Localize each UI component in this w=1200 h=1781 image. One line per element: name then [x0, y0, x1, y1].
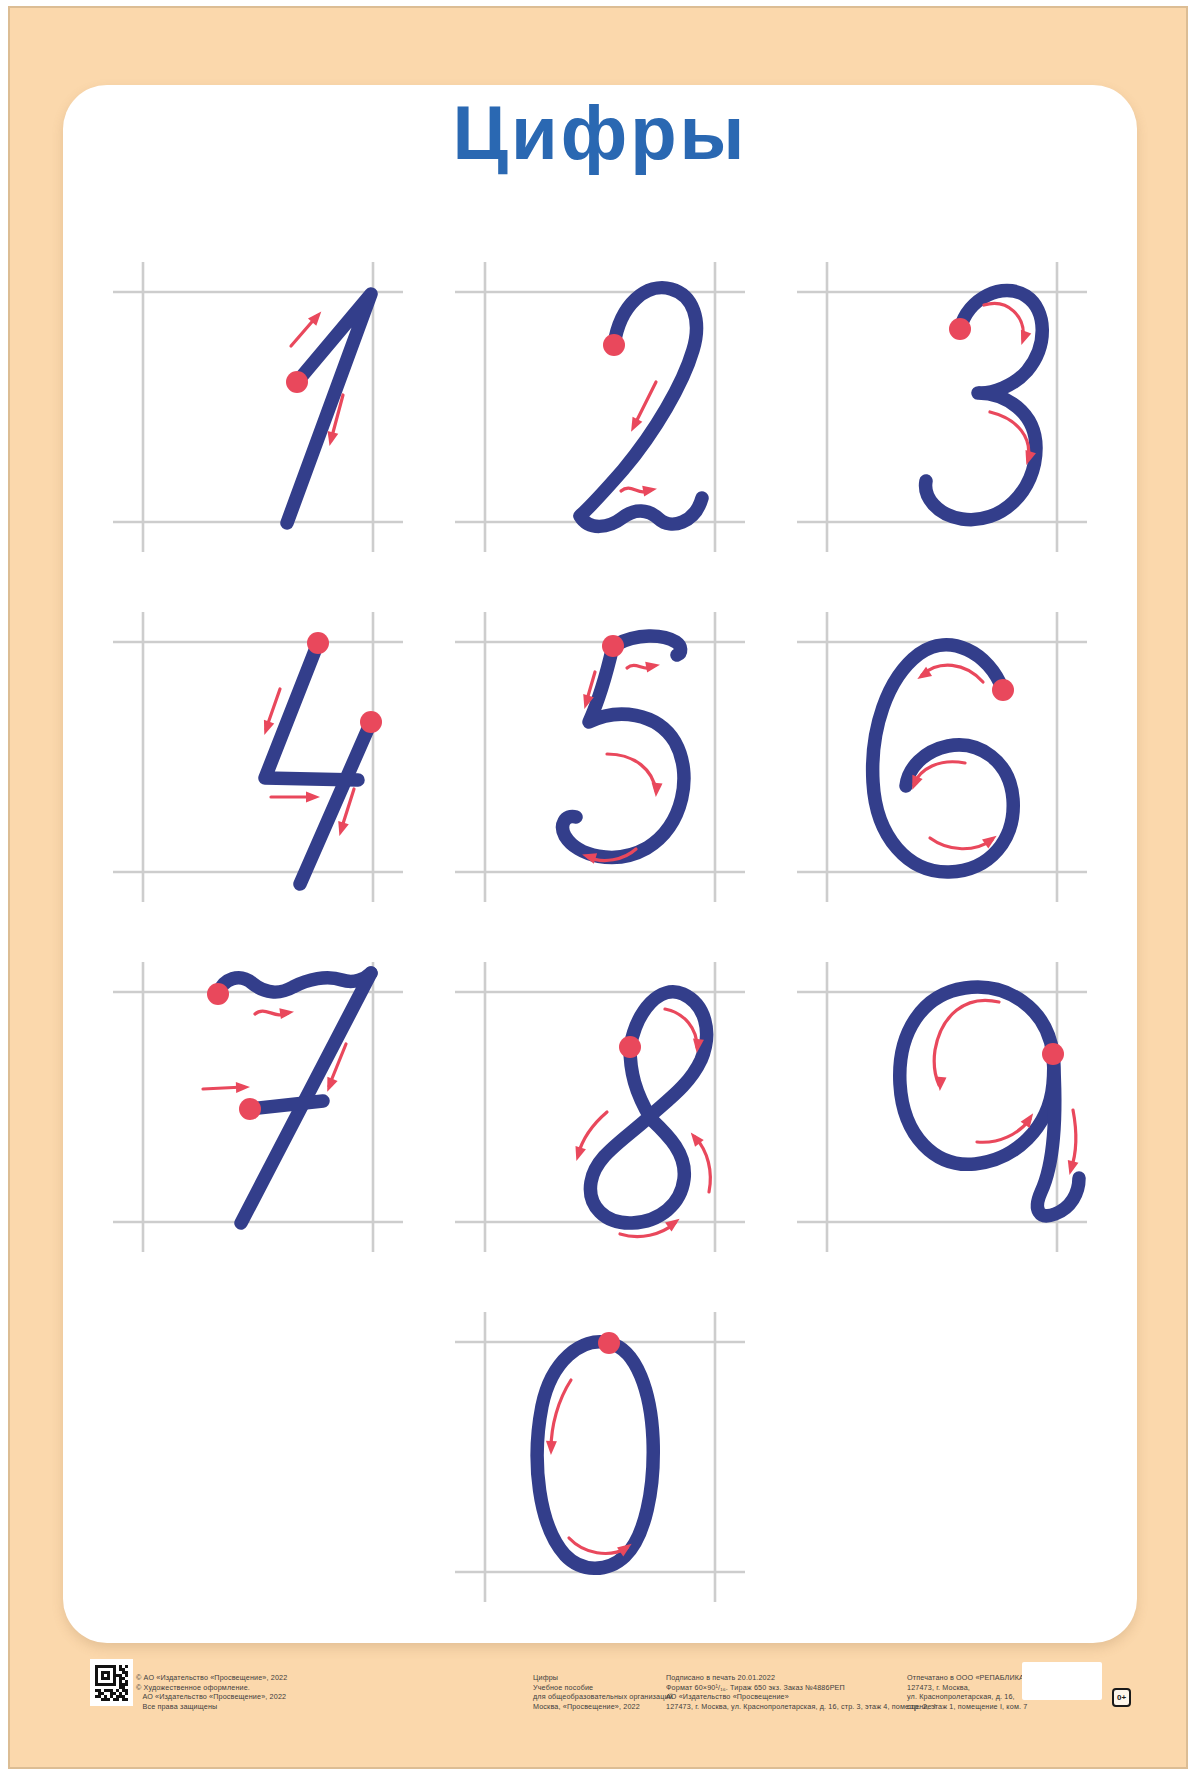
- digit-cell-6: [827, 642, 1057, 872]
- stroke-start-dot: [207, 983, 229, 1005]
- arrow-head-icon: [626, 417, 642, 434]
- digit-stroke: [250, 1101, 323, 1109]
- footer-line: Отпечатано в ООО «РЕПАБЛИКА»: [907, 1673, 1028, 1683]
- poster-background: Цифры © АО «Издательство «Просвещение», …: [8, 6, 1188, 1769]
- arrow-head-icon: [642, 483, 658, 496]
- stroke-start-dot: [602, 635, 624, 657]
- digit-cell-1: [143, 292, 373, 522]
- stroke-start-dot: [239, 1098, 261, 1120]
- digit-cell-5: [485, 642, 715, 872]
- digit-4-drawing: [143, 642, 373, 872]
- footer-line: 127473, г. Москва, ул. Краснопролетарска…: [666, 1702, 936, 1712]
- arrow-head-icon: [306, 792, 320, 803]
- digit-stroke: [265, 643, 358, 780]
- stroke-start-dot: [949, 318, 971, 340]
- footer-line: Учебное пособие: [533, 1683, 673, 1693]
- arrow-head-icon: [1016, 330, 1031, 347]
- digit-stroke: [900, 987, 1054, 1164]
- arrow-head-icon: [236, 1081, 250, 1092]
- stroke-direction-arrow: [922, 665, 983, 682]
- stroke-start-dot: [598, 1332, 620, 1354]
- digit-cell-9: [827, 992, 1057, 1222]
- poster-card: Цифры: [63, 85, 1137, 1643]
- digit-6-drawing: [827, 642, 1057, 872]
- footer-column-4: Отпечатано в ООО «РЕПАБЛИКА»127473, г. М…: [907, 1673, 1028, 1711]
- digit-stroke: [537, 1342, 653, 1568]
- poster-title: Цифры: [63, 93, 1137, 173]
- arrow-head-icon: [645, 659, 661, 672]
- footer-column-3: Подписано в печать 20.01.2022Формат 60×9…: [666, 1673, 936, 1711]
- digit-2-drawing: [485, 292, 715, 522]
- digit-stroke: [287, 294, 371, 523]
- footer-line: Формат 60×90¹/₁₆. Тираж 650 экз. Заказ №…: [666, 1683, 936, 1693]
- digit-cell-8: [485, 992, 715, 1222]
- footer-line: 127473, г. Москва,: [907, 1683, 1028, 1693]
- stroke-direction-arrow: [934, 1000, 999, 1085]
- digit-1-drawing: [143, 292, 373, 522]
- digit-grid: [143, 292, 1057, 1572]
- footer-line: © АО «Издательство «Просвещение», 2022: [136, 1673, 287, 1683]
- digit-cell-2: [485, 292, 715, 522]
- digit-cell-0: [485, 1342, 715, 1572]
- footer-line: Цифры: [533, 1673, 673, 1683]
- footer-line: Все права защищены: [136, 1702, 287, 1712]
- footer-line: АО «Издательство «Просвещение», 2022: [136, 1692, 287, 1702]
- arrow-head-icon: [259, 720, 274, 737]
- stroke-direction-arrow: [607, 754, 656, 791]
- stroke-direction-arrow: [665, 1009, 697, 1047]
- footer-line: Подписано в печать 20.01.2022: [666, 1673, 936, 1683]
- stroke-start-dot: [603, 334, 625, 356]
- arrow-head-icon: [545, 1441, 556, 1455]
- footer-line: ул. Краснопролетарская, д. 16,: [907, 1692, 1028, 1702]
- footer-line: для общеобразовательных организаций: [533, 1692, 673, 1702]
- digit-cell-7: [143, 992, 373, 1222]
- footer-column-2: ЦифрыУчебное пособиедля общеобразователь…: [533, 1673, 673, 1711]
- digit-cell-3: [827, 292, 1057, 522]
- digit-stroke: [590, 992, 706, 1223]
- digit-7-drawing: [143, 992, 373, 1222]
- digit-cell-4: [143, 642, 373, 872]
- footer-line: © Художественное оформление.: [136, 1683, 287, 1693]
- stroke-direction-arrow: [984, 304, 1023, 339]
- arrow-head-icon: [650, 783, 662, 798]
- digit-0-drawing: [485, 1342, 715, 1572]
- footer-line: стр. 2, этаж 1, помещение I, ком. 7: [907, 1702, 1028, 1712]
- age-rating-mark: 0+: [1112, 1688, 1131, 1707]
- stroke-start-dot: [307, 632, 329, 654]
- blank-label-box: [1022, 1662, 1102, 1700]
- qr-code: [90, 1659, 133, 1706]
- stroke-start-dot: [992, 679, 1014, 701]
- footer-line: АО «Издательство «Просвещение»: [666, 1692, 936, 1702]
- stroke-direction-arrow: [551, 1380, 571, 1449]
- stroke-start-dot: [360, 711, 382, 733]
- arrow-head-icon: [334, 821, 349, 838]
- digit-5-drawing: [485, 642, 715, 872]
- stroke-direction-arrow: [1071, 1110, 1076, 1169]
- stroke-direction-arrow: [695, 1137, 710, 1192]
- digit-stroke: [563, 646, 684, 857]
- footer-line: Москва, «Просвещение», 2022: [533, 1702, 673, 1712]
- stroke-start-dot: [1042, 1043, 1064, 1065]
- digit-stroke: [615, 636, 681, 655]
- digit-stroke: [926, 290, 1043, 519]
- stroke-direction-arrow: [569, 1538, 627, 1553]
- footer-column-1: © АО «Издательство «Просвещение», 2022© …: [136, 1673, 287, 1711]
- digit-3-drawing: [827, 292, 1057, 522]
- stroke-start-dot: [286, 371, 308, 393]
- arrow-head-icon: [571, 1146, 586, 1163]
- arrow-head-icon: [279, 1006, 294, 1019]
- arrow-head-icon: [322, 1077, 337, 1094]
- digit-9-drawing: [827, 992, 1057, 1222]
- digit-8-drawing: [485, 992, 715, 1222]
- stroke-start-dot: [619, 1036, 641, 1058]
- digit-stroke: [300, 722, 371, 884]
